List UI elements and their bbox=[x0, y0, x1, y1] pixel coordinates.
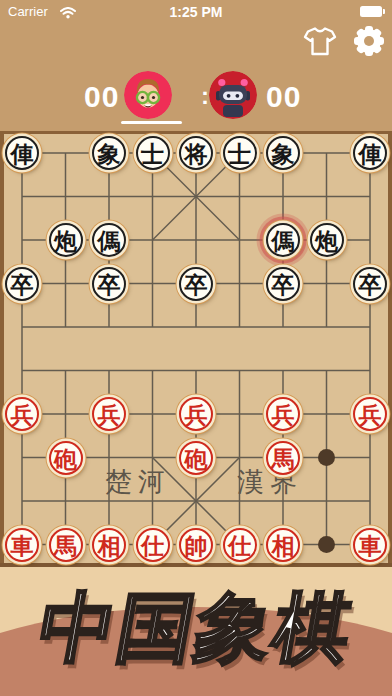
clock: 1:25 PM bbox=[0, 4, 392, 20]
piece-red[interactable]: 馬 bbox=[49, 528, 83, 562]
piece-black[interactable]: 卒 bbox=[266, 267, 300, 301]
piece-red[interactable]: 兵 bbox=[92, 397, 126, 431]
piece-black[interactable]: 卒 bbox=[179, 267, 213, 301]
piece-red[interactable]: 相 bbox=[92, 528, 126, 562]
piece-black[interactable]: 炮 bbox=[310, 223, 344, 257]
piece-black[interactable]: 将 bbox=[179, 136, 213, 170]
title-banner: 中国象棋 bbox=[0, 567, 392, 696]
toolbar bbox=[292, 24, 386, 60]
piece-red[interactable]: 兵 bbox=[266, 397, 300, 431]
piece-black[interactable]: 象 bbox=[92, 136, 126, 170]
xiangqi-app: Carrier 1:25 PM 00 bbox=[0, 0, 392, 696]
piece-red[interactable]: 兵 bbox=[5, 397, 39, 431]
piece-black[interactable]: 傌 bbox=[92, 223, 126, 257]
status-bar: Carrier 1:25 PM bbox=[0, 0, 392, 22]
app-title: 中国象棋 bbox=[0, 573, 392, 683]
battery-full-icon bbox=[360, 6, 382, 17]
piece-red[interactable]: 相 bbox=[266, 528, 300, 562]
piece-red[interactable]: 馬 bbox=[266, 441, 300, 475]
robot-ninja-avatar[interactable] bbox=[209, 71, 257, 119]
piece-red[interactable]: 仕 bbox=[136, 528, 170, 562]
xiangqi-board[interactable]: 楚河 漢界 俥象士将士象俥炮傌傌炮卒卒卒卒卒兵兵兵兵兵砲砲馬車馬相仕帥仕相車 bbox=[0, 131, 392, 567]
right-score: 00 bbox=[266, 80, 301, 114]
piece-red[interactable]: 車 bbox=[5, 528, 39, 562]
piece-black[interactable]: 炮 bbox=[49, 223, 83, 257]
scoreboard: 00 : bbox=[0, 66, 392, 126]
piece-black[interactable]: 傌 bbox=[266, 223, 300, 257]
piece-red[interactable]: 砲 bbox=[49, 441, 83, 475]
piece-red[interactable]: 仕 bbox=[223, 528, 257, 562]
piece-red[interactable]: 兵 bbox=[353, 397, 387, 431]
piece-black[interactable]: 士 bbox=[136, 136, 170, 170]
piece-black[interactable]: 俥 bbox=[5, 136, 39, 170]
turn-indicator bbox=[121, 121, 182, 124]
tshirt-icon[interactable] bbox=[302, 24, 338, 62]
piece-red[interactable]: 兵 bbox=[179, 397, 213, 431]
piece-black[interactable]: 象 bbox=[266, 136, 300, 170]
left-score: 00 bbox=[84, 80, 119, 114]
piece-black[interactable]: 士 bbox=[223, 136, 257, 170]
piece-black[interactable]: 卒 bbox=[92, 267, 126, 301]
move-origin-marker[interactable] bbox=[318, 449, 335, 466]
piece-red[interactable]: 砲 bbox=[179, 441, 213, 475]
piece-red[interactable]: 帥 bbox=[179, 528, 213, 562]
board-grid bbox=[0, 131, 392, 567]
piece-red[interactable]: 車 bbox=[353, 528, 387, 562]
human-memoji-avatar[interactable] bbox=[124, 71, 172, 119]
move-origin-marker[interactable] bbox=[318, 536, 335, 553]
river-label-chu: 楚河 bbox=[105, 464, 171, 500]
piece-black[interactable]: 卒 bbox=[5, 267, 39, 301]
gear-icon[interactable] bbox=[352, 24, 386, 58]
score-separator: : bbox=[201, 82, 209, 110]
piece-black[interactable]: 俥 bbox=[353, 136, 387, 170]
piece-black[interactable]: 卒 bbox=[353, 267, 387, 301]
